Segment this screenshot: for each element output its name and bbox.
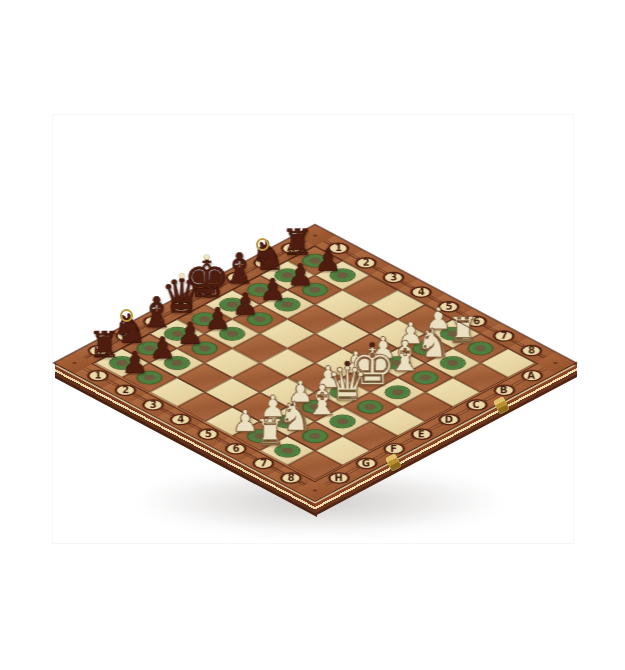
scene: 12345678A♜♟♟♜AB♞♟♟♞BC♝♟♟♝CD♚♟♟♚DE♛♟♟♛EF♝… bbox=[0, 0, 625, 670]
coord-text: 3 bbox=[390, 272, 397, 282]
coord-text: 7 bbox=[260, 458, 267, 468]
dark-pawn[interactable]: ♟ bbox=[287, 260, 314, 290]
coord-text: A bbox=[528, 371, 536, 381]
coord-text: 2 bbox=[122, 385, 129, 395]
coord-text: 8 bbox=[288, 473, 295, 483]
coord-text: 1 bbox=[95, 371, 102, 381]
coord-text: G bbox=[362, 458, 370, 468]
coord-text: H bbox=[335, 473, 343, 483]
coord-text: 6 bbox=[233, 444, 240, 454]
light-rook[interactable]: ♜ bbox=[254, 415, 286, 451]
dark-pawn[interactable]: ♟ bbox=[122, 347, 149, 377]
dark-rook[interactable]: ♜ bbox=[88, 327, 120, 363]
crown-tip bbox=[205, 254, 210, 259]
brass-hinge-ring bbox=[120, 309, 133, 322]
coord-text: 4 bbox=[178, 414, 185, 424]
dark-pawn[interactable]: ♟ bbox=[204, 304, 231, 334]
crown-tip bbox=[345, 361, 350, 366]
dark-pawn[interactable]: ♟ bbox=[259, 274, 286, 304]
coord-text: 7 bbox=[501, 331, 508, 341]
coord-text: F bbox=[390, 444, 397, 454]
dark-pawn[interactable]: ♟ bbox=[149, 333, 176, 363]
brass-hinge-ring bbox=[256, 238, 269, 251]
crown-tip bbox=[370, 342, 375, 347]
light-rook[interactable]: ♜ bbox=[447, 312, 479, 348]
coord-text: C bbox=[473, 400, 480, 410]
coord-text: 3 bbox=[150, 400, 157, 410]
dark-pawn[interactable]: ♟ bbox=[177, 318, 204, 348]
dark-pawn[interactable]: ♟ bbox=[315, 245, 342, 275]
coord-text: 4 bbox=[418, 287, 425, 297]
dark-pawn[interactable]: ♟ bbox=[232, 289, 259, 319]
coord-text: 2 bbox=[363, 258, 370, 268]
dark-rook[interactable]: ♜ bbox=[281, 225, 313, 261]
coord-text: 8 bbox=[528, 345, 535, 355]
crown-tip bbox=[179, 273, 184, 278]
coord-text: E bbox=[418, 429, 425, 439]
coord-text: B bbox=[500, 385, 508, 395]
coord-text: 5 bbox=[205, 429, 212, 439]
coord-text: D bbox=[445, 414, 453, 424]
